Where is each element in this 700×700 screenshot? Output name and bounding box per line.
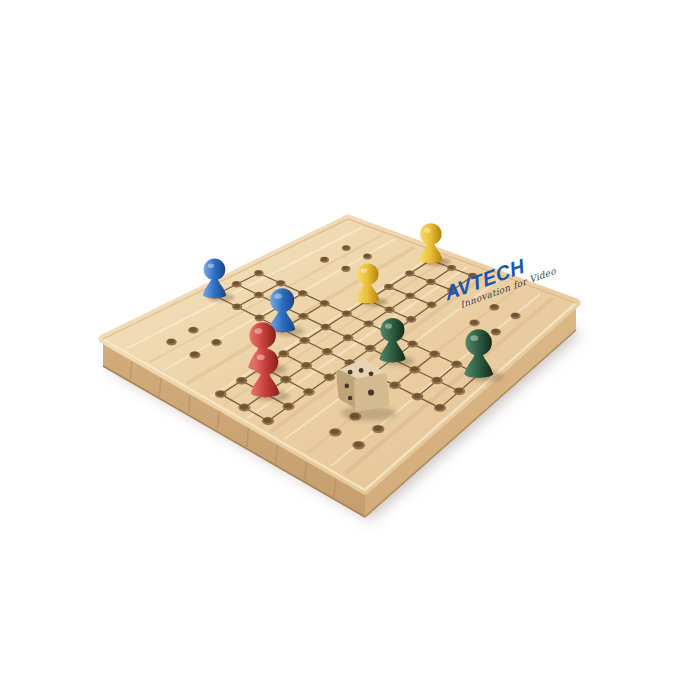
track-hole xyxy=(427,302,437,309)
track-hole xyxy=(405,293,415,299)
yard-hole xyxy=(510,312,520,319)
track-hole xyxy=(298,313,308,320)
track-hole xyxy=(322,348,333,355)
yard-hole xyxy=(469,320,479,327)
track-hole xyxy=(254,270,263,276)
track-hole xyxy=(384,284,394,290)
yard-hole xyxy=(341,266,350,272)
track-hole xyxy=(389,382,401,390)
track-hole xyxy=(299,337,310,344)
track-hole xyxy=(301,362,312,369)
ludo-board xyxy=(0,0,700,700)
track-hole xyxy=(405,270,414,276)
track-hole xyxy=(254,292,264,298)
track-hole xyxy=(454,387,466,395)
track-hole xyxy=(232,281,242,287)
track-hole xyxy=(324,374,335,382)
yard-hole xyxy=(372,425,384,433)
track-hole xyxy=(447,265,456,271)
track-hole xyxy=(412,393,424,401)
yard-hole xyxy=(491,329,501,336)
track-hole xyxy=(320,300,330,307)
track-hole xyxy=(232,304,242,311)
product-photo-scene: AVTECH Innovation for Video xyxy=(0,0,700,700)
track-hole xyxy=(321,324,331,331)
track-hole xyxy=(303,388,315,396)
track-hole xyxy=(342,310,352,317)
track-hole xyxy=(278,350,289,357)
track-hole xyxy=(238,404,250,412)
track-hole xyxy=(298,290,308,296)
track-hole xyxy=(468,273,477,279)
track-hole xyxy=(451,361,462,368)
yard-hole xyxy=(189,351,200,358)
track-hole xyxy=(407,341,418,348)
track-hole xyxy=(276,280,286,286)
track-hole xyxy=(385,307,395,314)
track-hole xyxy=(447,287,457,293)
yard-hole xyxy=(352,441,365,449)
track-hole xyxy=(343,334,354,341)
yard-hole xyxy=(329,428,341,436)
track-hole xyxy=(364,320,374,327)
track-hole xyxy=(236,377,247,385)
yard-hole xyxy=(342,245,351,251)
yard-hole xyxy=(166,339,177,346)
yard-hole xyxy=(188,327,198,334)
yard-hole xyxy=(320,257,329,263)
track-hole xyxy=(215,390,227,398)
track-hole xyxy=(426,279,435,285)
board-top xyxy=(103,219,576,490)
yard-hole xyxy=(489,304,499,311)
track-hole xyxy=(283,403,295,411)
yard-hole xyxy=(211,339,222,346)
track-hole xyxy=(429,351,440,358)
track-hole xyxy=(434,404,446,412)
track-hole xyxy=(409,366,420,373)
track-hole xyxy=(431,377,442,385)
track-hole xyxy=(280,376,291,384)
track-hole xyxy=(255,315,265,322)
yard-hole xyxy=(363,254,372,260)
track-hole xyxy=(262,417,274,425)
track-hole xyxy=(365,345,376,352)
track-hole xyxy=(406,316,416,323)
